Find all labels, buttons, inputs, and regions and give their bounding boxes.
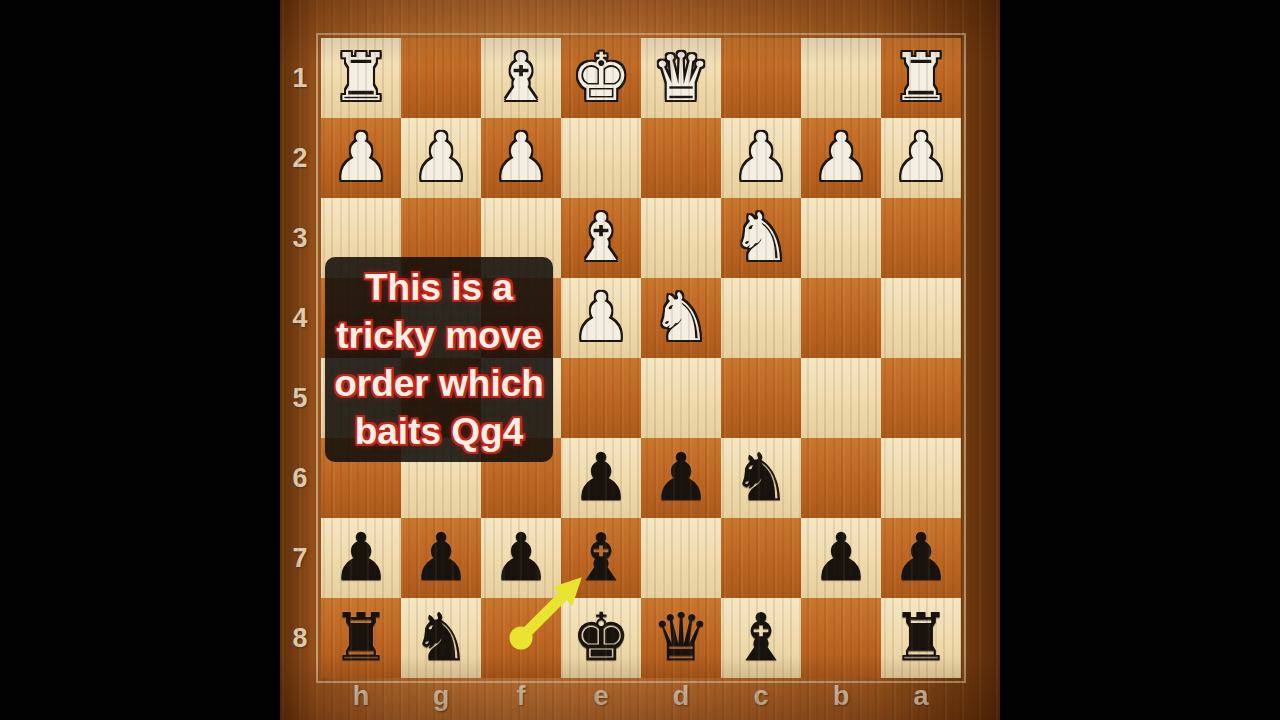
square-e3[interactable]: ♝	[561, 198, 641, 278]
square-c8[interactable]: ♝	[721, 598, 801, 678]
square-e6[interactable]: ♟	[561, 438, 641, 518]
square-a6[interactable]	[881, 438, 961, 518]
white-bishop-f1: ♝	[481, 38, 561, 118]
annotation-line: This is a	[365, 264, 513, 312]
square-g1[interactable]	[401, 38, 481, 118]
file-label-e: e	[561, 678, 641, 714]
square-f2[interactable]: ♟	[481, 118, 561, 198]
square-d4[interactable]: ♞	[641, 278, 721, 358]
square-g7[interactable]: ♟	[401, 518, 481, 598]
black-bishop-c8: ♝	[721, 598, 801, 678]
square-d6[interactable]: ♟	[641, 438, 721, 518]
square-a5[interactable]	[881, 358, 961, 438]
file-label-a: a	[881, 678, 961, 714]
black-pawn-d6: ♟	[641, 438, 721, 518]
square-b7[interactable]: ♟	[801, 518, 881, 598]
black-bishop-e7: ♝	[561, 518, 641, 598]
file-label-c: c	[721, 678, 801, 714]
rank-label-6: 6	[280, 438, 320, 518]
letterbox-right	[1000, 0, 1280, 720]
rank-label-4: 4	[280, 278, 320, 358]
file-label-b: b	[801, 678, 881, 714]
square-c6[interactable]: ♞	[721, 438, 801, 518]
white-bishop-e3: ♝	[561, 198, 641, 278]
square-c2[interactable]: ♟	[721, 118, 801, 198]
file-label-h: h	[321, 678, 401, 714]
square-b4[interactable]	[801, 278, 881, 358]
white-rook-h1: ♜	[321, 38, 401, 118]
white-queen-d1: ♛	[641, 38, 721, 118]
square-g8[interactable]: ♞	[401, 598, 481, 678]
white-pawn-a2: ♟	[881, 118, 961, 198]
file-label-f: f	[481, 678, 561, 714]
square-d2[interactable]	[641, 118, 721, 198]
square-c1[interactable]	[721, 38, 801, 118]
rank-label-5: 5	[280, 358, 320, 438]
square-c4[interactable]	[721, 278, 801, 358]
square-h7[interactable]: ♟	[321, 518, 401, 598]
square-f1[interactable]: ♝	[481, 38, 561, 118]
square-d1[interactable]: ♛	[641, 38, 721, 118]
black-pawn-g7: ♟	[401, 518, 481, 598]
white-pawn-e4: ♟	[561, 278, 641, 358]
file-label-d: d	[641, 678, 721, 714]
rank-label-8: 8	[280, 598, 320, 678]
square-d5[interactable]	[641, 358, 721, 438]
black-rook-a8: ♜	[881, 598, 961, 678]
square-a1[interactable]: ♜	[881, 38, 961, 118]
square-c7[interactable]	[721, 518, 801, 598]
square-a2[interactable]: ♟	[881, 118, 961, 198]
white-pawn-b2: ♟	[801, 118, 881, 198]
square-a4[interactable]	[881, 278, 961, 358]
file-label-g: g	[401, 678, 481, 714]
black-knight-c6: ♞	[721, 438, 801, 518]
black-queen-d8: ♛	[641, 598, 721, 678]
square-e5[interactable]	[561, 358, 641, 438]
square-a3[interactable]	[881, 198, 961, 278]
square-b2[interactable]: ♟	[801, 118, 881, 198]
square-a7[interactable]: ♟	[881, 518, 961, 598]
square-e8[interactable]: ♚	[561, 598, 641, 678]
square-c3[interactable]: ♞	[721, 198, 801, 278]
annotation-line: tricky move	[336, 312, 542, 360]
square-b8[interactable]	[801, 598, 881, 678]
square-c5[interactable]	[721, 358, 801, 438]
video-frame: ♜♝♚♛♜♟♟♟♟♟♟♝♞♟♞♟♟♞♟♟♟♝♟♟♜♞♚♛♝♜ 12345678h…	[0, 0, 1280, 720]
white-rook-a1: ♜	[881, 38, 961, 118]
square-d7[interactable]	[641, 518, 721, 598]
square-h2[interactable]: ♟	[321, 118, 401, 198]
black-pawn-e6: ♟	[561, 438, 641, 518]
white-pawn-f2: ♟	[481, 118, 561, 198]
white-knight-d4: ♞	[641, 278, 721, 358]
square-d3[interactable]	[641, 198, 721, 278]
square-g2[interactable]: ♟	[401, 118, 481, 198]
square-e1[interactable]: ♚	[561, 38, 641, 118]
white-pawn-g2: ♟	[401, 118, 481, 198]
square-b6[interactable]	[801, 438, 881, 518]
black-pawn-f7: ♟	[481, 518, 561, 598]
square-b5[interactable]	[801, 358, 881, 438]
annotation-box: This is a tricky move order which baits …	[325, 257, 553, 462]
black-pawn-b7: ♟	[801, 518, 881, 598]
black-pawn-h7: ♟	[321, 518, 401, 598]
square-d8[interactable]: ♛	[641, 598, 721, 678]
square-a8[interactable]: ♜	[881, 598, 961, 678]
square-f7[interactable]: ♟	[481, 518, 561, 598]
black-king-e8: ♚	[561, 598, 641, 678]
square-b3[interactable]	[801, 198, 881, 278]
square-e2[interactable]	[561, 118, 641, 198]
rank-label-7: 7	[280, 518, 320, 598]
rank-label-1: 1	[280, 38, 320, 118]
square-h1[interactable]: ♜	[321, 38, 401, 118]
square-e7[interactable]: ♝	[561, 518, 641, 598]
white-pawn-h2: ♟	[321, 118, 401, 198]
white-king-e1: ♚	[561, 38, 641, 118]
square-b1[interactable]	[801, 38, 881, 118]
white-knight-c3: ♞	[721, 198, 801, 278]
annotation-line: order which	[334, 360, 544, 408]
square-h8[interactable]: ♜	[321, 598, 401, 678]
annotation-line: baits Qg4	[355, 408, 524, 456]
rank-label-2: 2	[280, 118, 320, 198]
white-pawn-c2: ♟	[721, 118, 801, 198]
black-pawn-a7: ♟	[881, 518, 961, 598]
letterbox-left	[0, 0, 280, 720]
square-f8[interactable]	[481, 598, 561, 678]
rank-label-3: 3	[280, 198, 320, 278]
black-rook-h8: ♜	[321, 598, 401, 678]
black-knight-g8: ♞	[401, 598, 481, 678]
square-e4[interactable]: ♟	[561, 278, 641, 358]
